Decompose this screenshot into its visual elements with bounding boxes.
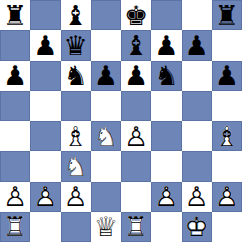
- piece-black-rook: ♜: [212, 0, 242, 30]
- square-e3[interactable]: [121, 151, 151, 181]
- square-e6[interactable]: ♟: [121, 61, 151, 91]
- piece-white-pawn-outline: ♙: [121, 121, 151, 151]
- square-e8[interactable]: ♚: [121, 0, 151, 30]
- square-c1[interactable]: [61, 212, 91, 242]
- piece-white-rook-outline: ♖: [121, 212, 151, 242]
- piece-white-bishop-outline: ♗: [212, 121, 242, 151]
- piece-black-pawn: ♟: [151, 30, 181, 60]
- piece-white-bishop: ♝: [212, 121, 242, 151]
- square-g6[interactable]: [182, 61, 212, 91]
- square-f8[interactable]: [151, 0, 181, 30]
- square-c7[interactable]: ♛: [61, 30, 91, 60]
- square-d1[interactable]: ♛♕: [91, 212, 121, 242]
- square-e7[interactable]: ♝: [121, 30, 151, 60]
- square-b7[interactable]: ♟: [30, 30, 60, 60]
- square-g3[interactable]: [182, 151, 212, 181]
- piece-black-knight: ♞: [151, 61, 181, 91]
- piece-black-queen: ♛: [61, 30, 91, 60]
- square-a5[interactable]: [0, 91, 30, 121]
- square-c6[interactable]: ♞: [61, 61, 91, 91]
- square-a1[interactable]: ♜♖: [0, 212, 30, 242]
- square-g2[interactable]: ♟♙: [182, 182, 212, 212]
- piece-black-bishop: ♝: [61, 0, 91, 30]
- square-b8[interactable]: [30, 0, 60, 30]
- square-f7[interactable]: ♟: [151, 30, 181, 60]
- square-d8[interactable]: [91, 0, 121, 30]
- square-b5[interactable]: [30, 91, 60, 121]
- square-e1[interactable]: ♜♖: [121, 212, 151, 242]
- square-b4[interactable]: [30, 121, 60, 151]
- piece-black-pawn: ♟: [0, 61, 30, 91]
- square-g5[interactable]: [182, 91, 212, 121]
- square-g8[interactable]: [182, 0, 212, 30]
- piece-white-knight-outline: ♘: [61, 151, 91, 181]
- square-g7[interactable]: ♟: [182, 30, 212, 60]
- piece-white-queen-outline: ♕: [91, 212, 121, 242]
- piece-black-knight: ♞: [61, 61, 91, 91]
- piece-white-rook-outline: ♖: [0, 212, 30, 242]
- piece-white-pawn-outline: ♙: [151, 182, 181, 212]
- piece-white-pawn: ♟: [151, 182, 181, 212]
- square-h5[interactable]: [212, 91, 242, 121]
- piece-black-pawn: ♟: [182, 30, 212, 60]
- piece-white-pawn: ♟: [61, 182, 91, 212]
- square-f3[interactable]: [151, 151, 181, 181]
- square-a6[interactable]: ♟: [0, 61, 30, 91]
- square-e4[interactable]: ♟♙: [121, 121, 151, 151]
- piece-white-pawn-outline: ♙: [61, 182, 91, 212]
- square-b6[interactable]: [30, 61, 60, 91]
- piece-white-knight: ♞: [61, 151, 91, 181]
- piece-black-rook: ♜: [0, 0, 30, 30]
- piece-white-king: ♚: [182, 212, 212, 242]
- square-c3[interactable]: ♞♘: [61, 151, 91, 181]
- piece-white-pawn-outline: ♙: [30, 182, 60, 212]
- square-d4[interactable]: ♞♘: [91, 121, 121, 151]
- piece-black-pawn: ♟: [91, 61, 121, 91]
- piece-white-bishop: ♝: [61, 121, 91, 151]
- square-c8[interactable]: ♝: [61, 0, 91, 30]
- piece-white-pawn: ♟: [182, 182, 212, 212]
- square-e5[interactable]: [121, 91, 151, 121]
- piece-black-bishop: ♝: [121, 30, 151, 60]
- square-a7[interactable]: [0, 30, 30, 60]
- piece-black-pawn: ♟: [121, 61, 151, 91]
- square-c4[interactable]: ♝♗: [61, 121, 91, 151]
- piece-white-pawn: ♟: [212, 182, 242, 212]
- piece-white-bishop-outline: ♗: [61, 121, 91, 151]
- piece-white-pawn-outline: ♙: [0, 182, 30, 212]
- piece-white-pawn: ♟: [0, 182, 30, 212]
- square-b1[interactable]: [30, 212, 60, 242]
- square-h6[interactable]: ♟: [212, 61, 242, 91]
- chess-board: ♜♝♚♜♟♛♝♟♟♟♞♟♟♞♟♝♗♞♘♟♙♝♗♞♘♟♙♟♙♟♙♟♙♟♙♟♙♜♖♛…: [0, 0, 242, 242]
- square-h7[interactable]: [212, 30, 242, 60]
- piece-white-queen: ♛: [91, 212, 121, 242]
- square-c5[interactable]: [61, 91, 91, 121]
- square-h1[interactable]: [212, 212, 242, 242]
- piece-black-pawn: ♟: [30, 30, 60, 60]
- piece-white-rook: ♜: [121, 212, 151, 242]
- piece-white-pawn-outline: ♙: [182, 182, 212, 212]
- square-d2[interactable]: [91, 182, 121, 212]
- square-a2[interactable]: ♟♙: [0, 182, 30, 212]
- square-d3[interactable]: [91, 151, 121, 181]
- square-e2[interactable]: [121, 182, 151, 212]
- square-a4[interactable]: [0, 121, 30, 151]
- piece-white-knight-outline: ♘: [91, 121, 121, 151]
- square-g4[interactable]: [182, 121, 212, 151]
- square-h4[interactable]: ♝♗: [212, 121, 242, 151]
- piece-white-king-outline: ♔: [182, 212, 212, 242]
- piece-white-knight: ♞: [91, 121, 121, 151]
- square-f4[interactable]: [151, 121, 181, 151]
- square-c2[interactable]: ♟♙: [61, 182, 91, 212]
- piece-black-pawn: ♟: [212, 61, 242, 91]
- square-f5[interactable]: [151, 91, 181, 121]
- square-f2[interactable]: ♟♙: [151, 182, 181, 212]
- square-h3[interactable]: [212, 151, 242, 181]
- square-d7[interactable]: [91, 30, 121, 60]
- piece-white-pawn-outline: ♙: [212, 182, 242, 212]
- square-f1[interactable]: [151, 212, 181, 242]
- piece-white-pawn: ♟: [30, 182, 60, 212]
- square-b3[interactable]: [30, 151, 60, 181]
- square-b2[interactable]: ♟♙: [30, 182, 60, 212]
- square-a3[interactable]: [0, 151, 30, 181]
- square-d5[interactable]: [91, 91, 121, 121]
- piece-white-rook: ♜: [0, 212, 30, 242]
- square-f6[interactable]: ♞: [151, 61, 181, 91]
- square-a8[interactable]: ♜: [0, 0, 30, 30]
- square-h2[interactable]: ♟♙: [212, 182, 242, 212]
- square-g1[interactable]: ♚♔: [182, 212, 212, 242]
- piece-black-king: ♚: [121, 0, 151, 30]
- square-h8[interactable]: ♜: [212, 0, 242, 30]
- square-d6[interactable]: ♟: [91, 61, 121, 91]
- piece-white-pawn: ♟: [121, 121, 151, 151]
